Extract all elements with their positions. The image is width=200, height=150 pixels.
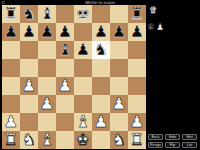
square-e7[interactable] [74, 23, 92, 41]
piece-white-rook: ♜ [130, 131, 144, 149]
piece-white-bishop: ♝ [40, 131, 54, 149]
square-c3[interactable]: ♟ [38, 95, 56, 113]
square-g8[interactable] [110, 5, 128, 23]
square-f1[interactable] [92, 131, 110, 149]
square-f6[interactable]: ♞ [92, 41, 110, 59]
square-b3[interactable] [20, 95, 38, 113]
square-b6[interactable] [20, 41, 38, 59]
piece-black-bishop: ♝ [40, 5, 54, 23]
piece-black-rook: ♜ [130, 5, 144, 23]
square-f8[interactable] [92, 5, 110, 23]
piece-black-pawn: ♟ [58, 23, 72, 41]
piece-white-bishop: ♝ [76, 113, 90, 131]
square-g2[interactable] [110, 113, 128, 131]
square-e5[interactable] [74, 59, 92, 77]
square-g1[interactable]: ♞ [110, 131, 128, 149]
piece-black-knight: ♞ [22, 5, 36, 23]
square-b5[interactable] [20, 59, 38, 77]
square-e1[interactable]: ♚ [74, 131, 92, 149]
button-grid: Back Hide Hint Resign Flip List [148, 134, 197, 148]
square-b1[interactable]: ♞ [20, 131, 38, 149]
square-c7[interactable]: ♟ [38, 23, 56, 41]
square-e8[interactable]: ♚ [74, 5, 92, 23]
square-g4[interactable] [110, 77, 128, 95]
hint-button[interactable]: Hint [182, 134, 197, 140]
captured-black-queen: ♛ [149, 5, 157, 15]
square-g3[interactable]: ♟ [110, 95, 128, 113]
square-g6[interactable] [110, 41, 128, 59]
square-b8[interactable]: ♞ [20, 5, 38, 23]
piece-black-pawn: ♟ [94, 23, 108, 41]
piece-black-pawn: ♟ [4, 23, 18, 41]
square-a4[interactable] [2, 77, 20, 95]
piece-black-pawn: ♟ [112, 23, 126, 41]
piece-white-rook: ♜ [4, 131, 18, 149]
square-a5[interactable] [2, 59, 20, 77]
square-b7[interactable]: ♟ [20, 23, 38, 41]
square-e6[interactable]: ♟ [74, 41, 92, 59]
square-f5[interactable] [92, 59, 110, 77]
piece-black-pawn: ♟ [40, 23, 54, 41]
square-h2[interactable]: ♟ [128, 113, 146, 131]
captured-black-pieces-tray: ♛ [149, 5, 157, 15]
piece-white-pawn: ♟ [22, 77, 36, 95]
piece-black-bishop: ♝ [58, 41, 72, 59]
square-d3[interactable] [56, 95, 74, 113]
square-d7[interactable]: ♟ [56, 23, 74, 41]
square-h3[interactable] [128, 95, 146, 113]
piece-black-pawn: ♟ [22, 23, 36, 41]
piece-white-knight: ♞ [112, 131, 126, 149]
captured-white-queen: ♛ [147, 22, 155, 32]
square-a3[interactable] [2, 95, 20, 113]
square-f3[interactable] [92, 95, 110, 113]
piece-white-pawn: ♟ [40, 95, 54, 113]
piece-black-knight: ♞ [94, 41, 108, 59]
square-a6[interactable] [2, 41, 20, 59]
captured-white-pawn: ♟ [156, 22, 164, 32]
back-button[interactable]: Back [148, 134, 163, 140]
square-d1[interactable] [56, 131, 74, 149]
piece-white-knight: ♞ [22, 131, 36, 149]
square-c2[interactable] [38, 113, 56, 131]
square-g7[interactable]: ♟ [110, 23, 128, 41]
square-d5[interactable] [56, 59, 74, 77]
flip-button[interactable]: Flip [165, 142, 180, 148]
piece-black-king: ♚ [76, 5, 90, 23]
piece-white-pawn: ♟ [130, 113, 144, 131]
square-a1[interactable]: ♜ [2, 131, 20, 149]
square-h7[interactable]: ♟ [128, 23, 146, 41]
square-b2[interactable] [20, 113, 38, 131]
square-h1[interactable]: ♜ [128, 131, 146, 149]
square-d4[interactable]: ♟ [56, 77, 74, 95]
piece-white-pawn: ♟ [94, 113, 108, 131]
square-c4[interactable] [38, 77, 56, 95]
square-c6[interactable] [38, 41, 56, 59]
captured-white-pieces-tray: ♛♟ [147, 22, 164, 32]
square-a7[interactable]: ♟ [2, 23, 20, 41]
piece-white-pawn: ♟ [58, 77, 72, 95]
piece-black-rook: ♜ [4, 5, 18, 23]
square-f7[interactable]: ♟ [92, 23, 110, 41]
square-d6[interactable]: ♝ [56, 41, 74, 59]
chess-board: ♜♞♝♚♜♟♟♟♟♟♟♟♝♟♞♟♟♟♟♟♝♟♟♜♞♝♚♞♜ [2, 5, 146, 149]
square-h4[interactable] [128, 77, 146, 95]
square-d8[interactable] [56, 5, 74, 23]
piece-white-pawn: ♟ [4, 113, 18, 131]
square-e4[interactable] [74, 77, 92, 95]
piece-white-king: ♚ [76, 131, 90, 149]
piece-black-pawn: ♟ [76, 41, 90, 59]
square-a8[interactable]: ♜ [2, 5, 20, 23]
chess-app-window: C White to move ♜♞♝♚♜♟♟♟♟♟♟♟♝♟♞♟♟♟♟♟♝♟♟♜… [0, 0, 200, 150]
square-f4[interactable] [92, 77, 110, 95]
square-c5[interactable] [38, 59, 56, 77]
square-a2[interactable]: ♟ [2, 113, 20, 131]
square-d2[interactable] [56, 113, 74, 131]
piece-black-pawn: ♟ [130, 23, 144, 41]
square-e3[interactable] [74, 95, 92, 113]
square-g5[interactable] [110, 59, 128, 77]
side-panel: ♛ ♛♟ Back Hide Hint Resign Flip List [146, 0, 200, 150]
hide-button[interactable]: Hide [165, 134, 180, 140]
square-h5[interactable] [128, 59, 146, 77]
square-e2[interactable]: ♝ [74, 113, 92, 131]
square-b4[interactable]: ♟ [20, 77, 38, 95]
square-f2[interactable]: ♟ [92, 113, 110, 131]
resign-button[interactable]: Resign [148, 142, 163, 148]
list-button[interactable]: List [182, 142, 197, 148]
square-h8[interactable]: ♜ [128, 5, 146, 23]
square-c8[interactable]: ♝ [38, 5, 56, 23]
square-h6[interactable] [128, 41, 146, 59]
square-c1[interactable]: ♝ [38, 131, 56, 149]
piece-white-pawn: ♟ [112, 95, 126, 113]
